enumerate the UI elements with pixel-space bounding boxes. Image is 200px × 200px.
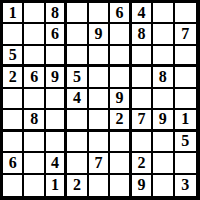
sudoku-cell-r6c8[interactable]: 9	[153, 110, 174, 131]
given-digit: 9	[94, 26, 102, 42]
sudoku-cell-r8c8[interactable]	[153, 153, 174, 174]
sudoku-cell-r4c6[interactable]	[110, 67, 131, 88]
given-digit: 1	[181, 111, 189, 127]
sudoku-cell-r8c5[interactable]: 7	[89, 153, 110, 174]
sudoku-cell-r1c5[interactable]	[89, 3, 110, 24]
given-digit: 5	[181, 133, 189, 149]
sudoku-cell-r1c9[interactable]	[175, 3, 196, 24]
sudoku-cell-r9c5[interactable]	[89, 175, 110, 196]
sudoku-cell-r9c8[interactable]	[153, 175, 174, 196]
sudoku-cell-r7c9[interactable]: 5	[175, 132, 196, 153]
sudoku-cell-r5c1[interactable]	[3, 89, 24, 110]
sudoku-cell-r5c9[interactable]	[175, 89, 196, 110]
sudoku-cell-r8c4[interactable]	[67, 153, 88, 174]
sudoku-cell-r4c3[interactable]: 9	[46, 67, 67, 88]
sudoku-cell-r4c4[interactable]: 5	[67, 67, 88, 88]
sudoku-cell-r5c7[interactable]	[132, 89, 153, 110]
given-digit: 4	[137, 5, 145, 21]
sudoku-cell-r9c1[interactable]	[3, 175, 24, 196]
sudoku-cell-r5c4[interactable]: 4	[67, 89, 88, 110]
sudoku-cell-r2c1[interactable]	[3, 24, 24, 45]
sudoku-cell-r5c8[interactable]	[153, 89, 174, 110]
sudoku-cell-r9c2[interactable]	[24, 175, 45, 196]
sudoku-cell-r7c7[interactable]	[132, 132, 153, 153]
sudoku-cell-r2c2[interactable]	[24, 24, 45, 45]
sudoku-cell-r1c1[interactable]: 1	[3, 3, 24, 24]
sudoku-cell-r3c3[interactable]	[46, 46, 67, 67]
sudoku-cell-r8c1[interactable]: 6	[3, 153, 24, 174]
sudoku-cell-r7c5[interactable]	[89, 132, 110, 153]
sudoku-cell-r8c7[interactable]: 2	[132, 153, 153, 174]
sudoku-cell-r6c6[interactable]: 2	[110, 110, 131, 131]
sudoku-cell-r5c2[interactable]	[24, 89, 45, 110]
given-digit: 6	[51, 26, 59, 42]
given-digit: 4	[51, 155, 59, 171]
sudoku-cell-r7c8[interactable]	[153, 132, 174, 153]
sudoku-cell-r6c1[interactable]	[3, 110, 24, 131]
sudoku-cell-r3c5[interactable]	[89, 46, 110, 67]
given-digit: 2	[137, 155, 145, 171]
sudoku-cell-r4c9[interactable]	[175, 67, 196, 88]
sudoku-cell-r6c3[interactable]	[46, 110, 67, 131]
sudoku-cell-r7c1[interactable]	[3, 132, 24, 153]
sudoku-cell-r7c4[interactable]	[67, 132, 88, 153]
sudoku-cell-r5c6[interactable]: 9	[110, 89, 131, 110]
sudoku-cell-r2c7[interactable]: 8	[132, 24, 153, 45]
sudoku-cell-r9c7[interactable]: 9	[132, 175, 153, 196]
sudoku-cell-r5c5[interactable]	[89, 89, 110, 110]
sudoku-cell-r1c6[interactable]: 6	[110, 3, 131, 24]
given-digit: 2	[73, 177, 81, 193]
sudoku-cell-r3c8[interactable]	[153, 46, 174, 67]
given-digit: 3	[181, 177, 189, 193]
sudoku-cell-r1c3[interactable]: 8	[46, 3, 67, 24]
sudoku-cell-r8c9[interactable]	[175, 153, 196, 174]
given-digit: 9	[115, 90, 123, 106]
given-digit: 1	[51, 177, 59, 193]
given-digit: 7	[137, 111, 145, 127]
given-digit: 1	[9, 5, 17, 21]
sudoku-cell-r2c8[interactable]	[153, 24, 174, 45]
sudoku-cell-r4c8[interactable]: 8	[153, 67, 174, 88]
given-digit: 7	[181, 26, 189, 42]
sudoku-cell-r3c6[interactable]	[110, 46, 131, 67]
sudoku-cell-r4c7[interactable]	[132, 67, 153, 88]
sudoku-cell-r3c9[interactable]	[175, 46, 196, 67]
sudoku-cell-r3c2[interactable]	[24, 46, 45, 67]
given-digit: 8	[137, 26, 145, 42]
sudoku-cell-r8c2[interactable]	[24, 153, 45, 174]
sudoku-board: 186469875269584982791564721293	[0, 0, 200, 200]
given-digit: 9	[159, 111, 167, 127]
sudoku-cell-r4c5[interactable]	[89, 67, 110, 88]
sudoku-cell-r3c1[interactable]: 5	[3, 46, 24, 67]
sudoku-cell-r6c4[interactable]	[67, 110, 88, 131]
sudoku-cell-r9c4[interactable]: 2	[67, 175, 88, 196]
given-digit: 9	[51, 69, 59, 85]
sudoku-cell-r9c9[interactable]: 3	[175, 175, 196, 196]
sudoku-cell-r9c6[interactable]	[110, 175, 131, 196]
sudoku-cell-r7c3[interactable]	[46, 132, 67, 153]
sudoku-cell-r6c9[interactable]: 1	[175, 110, 196, 131]
sudoku-cell-r5c3[interactable]	[46, 89, 67, 110]
given-digit: 5	[73, 69, 81, 85]
sudoku-cell-r8c3[interactable]: 4	[46, 153, 67, 174]
sudoku-cell-r2c3[interactable]: 6	[46, 24, 67, 45]
sudoku-cell-r1c2[interactable]	[24, 3, 45, 24]
given-digit: 8	[159, 69, 167, 85]
sudoku-cell-r8c6[interactable]	[110, 153, 131, 174]
given-digit: 2	[9, 69, 17, 85]
given-digit: 8	[30, 111, 38, 127]
sudoku-cell-r2c4[interactable]	[67, 24, 88, 45]
given-digit: 6	[30, 69, 38, 85]
sudoku-cell-r2c6[interactable]	[110, 24, 131, 45]
sudoku-cell-r4c2[interactable]: 6	[24, 67, 45, 88]
given-digit: 2	[115, 111, 123, 127]
given-digit: 9	[137, 177, 145, 193]
sudoku-cell-r7c2[interactable]	[24, 132, 45, 153]
sudoku-cell-r2c9[interactable]: 7	[175, 24, 196, 45]
sudoku-cell-r9c3[interactable]: 1	[46, 175, 67, 196]
sudoku-cell-r1c4[interactable]	[67, 3, 88, 24]
sudoku-cell-r1c7[interactable]: 4	[132, 3, 153, 24]
given-digit: 6	[115, 5, 123, 21]
sudoku-cell-r1c8[interactable]	[153, 3, 174, 24]
sudoku-cell-r6c5[interactable]	[89, 110, 110, 131]
sudoku-cell-r3c7[interactable]	[132, 46, 153, 67]
given-digit: 8	[51, 5, 59, 21]
sudoku-cell-r6c7[interactable]: 7	[132, 110, 153, 131]
given-digit: 4	[73, 90, 81, 106]
given-digit: 5	[9, 47, 17, 63]
sudoku-cell-r2c5[interactable]: 9	[89, 24, 110, 45]
sudoku-cell-r4c1[interactable]: 2	[3, 67, 24, 88]
sudoku-cell-r7c6[interactable]	[110, 132, 131, 153]
given-digit: 6	[9, 155, 17, 171]
given-digit: 7	[94, 155, 102, 171]
sudoku-cell-r6c2[interactable]: 8	[24, 110, 45, 131]
sudoku-cell-r3c4[interactable]	[67, 46, 88, 67]
